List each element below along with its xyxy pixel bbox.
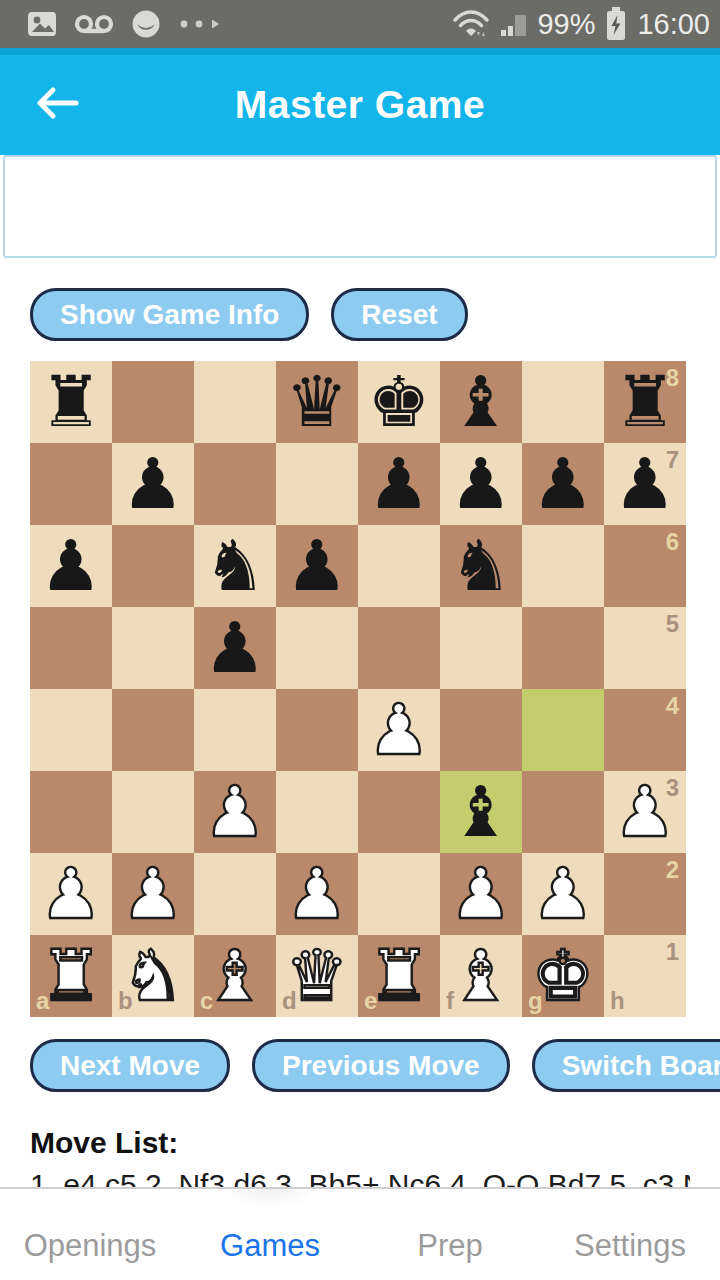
- square-f3[interactable]: ♝: [440, 771, 522, 853]
- square-g7[interactable]: ♟: [522, 443, 604, 525]
- square-b7[interactable]: ♟: [112, 443, 194, 525]
- rank-label-3: 3: [666, 774, 679, 802]
- rank-label-5: 5: [666, 610, 679, 638]
- square-f2[interactable]: ♟: [440, 853, 522, 935]
- square-g3[interactable]: [522, 771, 604, 853]
- square-h4[interactable]: 4: [604, 689, 686, 771]
- square-c1[interactable]: c♝: [194, 935, 276, 1017]
- battery-charging-icon: [604, 6, 628, 42]
- square-a7[interactable]: [30, 443, 112, 525]
- square-e1[interactable]: e♜: [358, 935, 440, 1017]
- piece-black-pawn: ♟: [194, 607, 276, 689]
- nav-item-games[interactable]: Games: [180, 1228, 360, 1280]
- piece-black-pawn: ♟: [112, 443, 194, 525]
- square-e3[interactable]: [358, 771, 440, 853]
- piece-white-pawn: ♟: [604, 771, 686, 853]
- show-game-info-button[interactable]: Show Game Info: [30, 288, 309, 341]
- rank-label-8: 8: [666, 364, 679, 392]
- piece-white-pawn: ♟: [522, 853, 604, 935]
- voicemail-icon: [74, 11, 114, 37]
- piece-black-pawn: ♟: [522, 443, 604, 525]
- piece-white-pawn: ♟: [30, 853, 112, 935]
- square-f5[interactable]: [440, 607, 522, 689]
- switch-board-button[interactable]: Switch Board: [532, 1039, 720, 1092]
- file-label-g: g: [528, 987, 543, 1015]
- chess-board: ♜♛♚♝8♜♟♟♟♟7♟♟♞♟♞6♟5♟4♟♝3♟♟♟♟♟♟2a♜b♞c♝d♛e…: [30, 361, 686, 1017]
- square-c8[interactable]: [194, 361, 276, 443]
- bottom-button-row: Next Move Previous Move Switch Board: [30, 1039, 720, 1092]
- square-e5[interactable]: [358, 607, 440, 689]
- header: Master Game: [0, 48, 720, 155]
- piece-white-pawn: ♟: [194, 771, 276, 853]
- square-h5[interactable]: 5: [604, 607, 686, 689]
- status-bar: 99% 16:00: [0, 0, 720, 48]
- square-e7[interactable]: ♟: [358, 443, 440, 525]
- piece-black-bishop: ♝: [440, 361, 522, 443]
- piece-black-pawn: ♟: [604, 443, 686, 525]
- back-button[interactable]: [30, 83, 82, 127]
- square-f7[interactable]: ♟: [440, 443, 522, 525]
- piece-white-knight: ♞: [112, 935, 194, 1017]
- square-f4[interactable]: [440, 689, 522, 771]
- piece-white-pawn: ♟: [276, 853, 358, 935]
- nav-item-settings[interactable]: Settings: [540, 1228, 720, 1280]
- square-b5[interactable]: [112, 607, 194, 689]
- square-e2[interactable]: [358, 853, 440, 935]
- square-g4[interactable]: [522, 689, 604, 771]
- rank-label-7: 7: [666, 446, 679, 474]
- game-info-box[interactable]: [3, 155, 717, 258]
- square-a5[interactable]: [30, 607, 112, 689]
- rank-label-2: 2: [666, 856, 679, 884]
- square-d7[interactable]: [276, 443, 358, 525]
- square-a3[interactable]: [30, 771, 112, 853]
- bottom-nav: Openings Games Prep Settings: [0, 1187, 720, 1280]
- piece-white-king: ♚: [522, 935, 604, 1017]
- signal-icon: [500, 9, 528, 39]
- square-h7[interactable]: 7♟: [604, 443, 686, 525]
- square-f1[interactable]: f♝: [440, 935, 522, 1017]
- top-button-row: Show Game Info Reset: [30, 288, 720, 341]
- square-d8[interactable]: ♛: [276, 361, 358, 443]
- piece-black-knight: ♞: [440, 525, 522, 607]
- rank-label-1: 1: [666, 938, 679, 966]
- piece-white-queen: ♛: [276, 935, 358, 1017]
- battery-percent: 99%: [537, 8, 595, 41]
- square-g2[interactable]: ♟: [522, 853, 604, 935]
- file-label-h: h: [610, 987, 625, 1015]
- square-h8[interactable]: 8♜: [604, 361, 686, 443]
- wifi-icon: [451, 8, 491, 40]
- piece-black-pawn: ♟: [440, 443, 522, 525]
- piece-white-bishop: ♝: [440, 935, 522, 1017]
- more-icon: [178, 18, 224, 30]
- square-d3[interactable]: [276, 771, 358, 853]
- back-arrow-icon: [32, 84, 80, 126]
- square-d4[interactable]: [276, 689, 358, 771]
- square-a1[interactable]: a♜: [30, 935, 112, 1017]
- piece-black-pawn: ♟: [358, 443, 440, 525]
- square-a4[interactable]: [30, 689, 112, 771]
- square-g5[interactable]: [522, 607, 604, 689]
- square-b4[interactable]: [112, 689, 194, 771]
- square-c3[interactable]: ♟: [194, 771, 276, 853]
- file-label-b: b: [118, 987, 133, 1015]
- square-c2[interactable]: [194, 853, 276, 935]
- square-b6[interactable]: [112, 525, 194, 607]
- piece-white-pawn: ♟: [112, 853, 194, 935]
- piece-black-pawn: ♟: [30, 525, 112, 607]
- square-h1[interactable]: 1h: [604, 935, 686, 1017]
- square-a2[interactable]: ♟: [30, 853, 112, 935]
- rank-label-4: 4: [666, 692, 679, 720]
- face-icon: [130, 8, 162, 40]
- square-c4[interactable]: [194, 689, 276, 771]
- piece-black-queen: ♛: [276, 361, 358, 443]
- square-c7[interactable]: [194, 443, 276, 525]
- clock: 16:00: [637, 8, 710, 41]
- square-d5[interactable]: [276, 607, 358, 689]
- piece-black-king: ♚: [358, 361, 440, 443]
- square-g1[interactable]: g♚: [522, 935, 604, 1017]
- square-d1[interactable]: d♛: [276, 935, 358, 1017]
- square-h3[interactable]: 3♟: [604, 771, 686, 853]
- piece-black-bishop: ♝: [440, 771, 522, 853]
- page-title: Master Game: [235, 83, 485, 127]
- nav-item-openings[interactable]: Openings: [0, 1228, 180, 1280]
- piece-white-pawn: ♟: [440, 853, 522, 935]
- piece-black-pawn: ♟: [276, 525, 358, 607]
- square-c5[interactable]: ♟: [194, 607, 276, 689]
- square-g8[interactable]: [522, 361, 604, 443]
- piece-black-knight: ♞: [194, 525, 276, 607]
- gallery-icon: [26, 9, 58, 39]
- square-e4[interactable]: ♟: [358, 689, 440, 771]
- square-g6[interactable]: [522, 525, 604, 607]
- previous-move-button[interactable]: Previous Move: [252, 1039, 510, 1092]
- piece-black-rook: ♜: [30, 361, 112, 443]
- square-e8[interactable]: ♚: [358, 361, 440, 443]
- square-a8[interactable]: ♜: [30, 361, 112, 443]
- file-label-a: a: [36, 987, 49, 1015]
- nav-item-prep[interactable]: Prep: [360, 1228, 540, 1280]
- rank-label-6: 6: [666, 528, 679, 556]
- square-f6[interactable]: ♞: [440, 525, 522, 607]
- file-label-e: e: [364, 987, 377, 1015]
- reset-button[interactable]: Reset: [331, 288, 467, 341]
- square-h6[interactable]: 6: [604, 525, 686, 607]
- piece-black-rook: ♜: [604, 361, 686, 443]
- square-b2[interactable]: ♟: [112, 853, 194, 935]
- square-b8[interactable]: [112, 361, 194, 443]
- piece-white-pawn: ♟: [358, 689, 440, 771]
- file-label-c: c: [200, 987, 213, 1015]
- square-a6[interactable]: ♟: [30, 525, 112, 607]
- square-e6[interactable]: [358, 525, 440, 607]
- move-list-heading: Move List:: [30, 1126, 720, 1160]
- piece-white-bishop: ♝: [194, 935, 276, 1017]
- square-f8[interactable]: ♝: [440, 361, 522, 443]
- file-label-d: d: [282, 987, 297, 1015]
- square-d6[interactable]: ♟: [276, 525, 358, 607]
- square-c6[interactable]: ♞: [194, 525, 276, 607]
- next-move-button[interactable]: Next Move: [30, 1039, 230, 1092]
- square-h2[interactable]: 2: [604, 853, 686, 935]
- app-screen: 99% 16:00 Master Game Show Game Info: [0, 0, 720, 1280]
- square-d2[interactable]: ♟: [276, 853, 358, 935]
- square-b3[interactable]: [112, 771, 194, 853]
- file-label-f: f: [446, 987, 454, 1015]
- piece-white-rook: ♜: [358, 935, 440, 1017]
- square-b1[interactable]: b♞: [112, 935, 194, 1017]
- piece-white-rook: ♜: [30, 935, 112, 1017]
